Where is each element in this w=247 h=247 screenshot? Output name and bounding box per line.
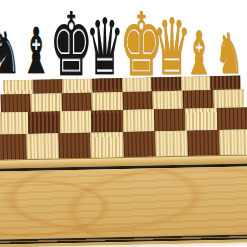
light-square: [63, 79, 93, 94]
chess-set-photo: ♞ ♝ ♚ ♛ ♚ ♛ ♝ ♞: [0, 0, 247, 247]
dark-square: [33, 79, 63, 94]
dark-square: [92, 78, 122, 93]
light-square: [155, 131, 188, 157]
light-square: [122, 77, 152, 92]
light-square: [31, 93, 62, 112]
dark-square: [1, 94, 32, 113]
light-queen-piece: ♛: [152, 8, 186, 86]
black-king-piece: ♚: [49, 1, 83, 89]
folding-chess-board-box: [0, 75, 247, 246]
dark-square: [28, 111, 60, 134]
light-square: [181, 76, 211, 91]
dark-square: [151, 77, 181, 92]
light-knight-piece: ♞: [212, 26, 246, 82]
dark-square: [154, 109, 186, 132]
black-bishop-piece: ♝: [19, 19, 53, 83]
light-square: [219, 129, 247, 155]
light-square: [3, 80, 33, 95]
dark-square: [217, 107, 247, 130]
board-row: [0, 129, 247, 159]
dark-square: [211, 76, 241, 91]
dark-square: [183, 90, 214, 109]
box-side-panel: [0, 166, 247, 239]
light-king-piece: ♚: [119, 1, 153, 89]
black-knight-piece: ♞: [0, 24, 23, 82]
light-square: [185, 108, 217, 131]
light-square: [213, 89, 244, 108]
light-square: [92, 92, 123, 111]
light-square: [152, 91, 183, 110]
dark-square: [61, 93, 92, 112]
light-square: [60, 111, 92, 134]
dark-square: [123, 131, 156, 157]
dark-square: [91, 110, 123, 133]
light-square: [27, 133, 60, 159]
dark-square: [122, 91, 153, 110]
dark-square: [0, 134, 27, 160]
light-square: [0, 112, 29, 135]
light-bishop-piece: ♝: [182, 23, 216, 83]
chess-board-surface: [0, 75, 247, 159]
dark-square: [187, 130, 220, 156]
dark-square: [59, 133, 92, 159]
light-square: [122, 109, 154, 132]
light-square: [91, 132, 124, 158]
black-queen-piece: ♛: [85, 8, 119, 86]
